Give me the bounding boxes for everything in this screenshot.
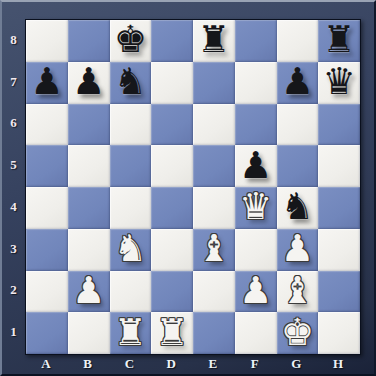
square-d4[interactable] — [151, 187, 193, 229]
square-c3[interactable]: ♞ — [110, 229, 152, 271]
square-d2[interactable] — [151, 271, 193, 313]
file-label-f: F — [234, 354, 276, 373]
square-a7[interactable]: ♟ — [26, 62, 68, 104]
square-e3[interactable]: ♝ — [193, 229, 235, 271]
square-f2[interactable]: ♟ — [235, 271, 277, 313]
black-knight-c7[interactable]: ♞ — [114, 63, 147, 100]
black-queen-h7[interactable]: ♛ — [323, 63, 356, 100]
black-rook-e8[interactable]: ♜ — [197, 21, 230, 58]
file-label-e: E — [192, 354, 234, 373]
square-c5[interactable] — [110, 145, 152, 187]
square-b4[interactable] — [68, 187, 110, 229]
square-b2[interactable]: ♟ — [68, 271, 110, 313]
square-b5[interactable] — [68, 145, 110, 187]
square-d1[interactable]: ♜ — [151, 312, 193, 354]
square-a3[interactable] — [26, 229, 68, 271]
square-a2[interactable] — [26, 271, 68, 313]
black-pawn-a7[interactable]: ♟ — [30, 63, 63, 100]
rank-label-5: 5 — [2, 144, 25, 186]
square-b8[interactable] — [68, 20, 110, 62]
black-king-c8[interactable]: ♚ — [114, 21, 147, 58]
square-f3[interactable] — [235, 229, 277, 271]
square-h5[interactable] — [318, 145, 360, 187]
white-pawn-g3[interactable]: ♟ — [281, 230, 314, 267]
rank-label-8: 8 — [2, 19, 25, 61]
black-knight-g4[interactable]: ♞ — [281, 188, 314, 225]
square-b6[interactable] — [68, 104, 110, 146]
square-c7[interactable]: ♞ — [110, 62, 152, 104]
file-label-d: D — [150, 354, 192, 373]
square-f6[interactable] — [235, 104, 277, 146]
square-c6[interactable] — [110, 104, 152, 146]
chess-board: ♚♜♜♟♟♞♟♛♟♛♞♞♝♟♟♟♝♜♜♚ — [25, 19, 361, 355]
file-label-c: C — [109, 354, 151, 373]
square-h2[interactable] — [318, 271, 360, 313]
square-h3[interactable] — [318, 229, 360, 271]
white-bishop-g2[interactable]: ♝ — [281, 272, 314, 309]
square-h4[interactable] — [318, 187, 360, 229]
square-g2[interactable]: ♝ — [277, 271, 319, 313]
square-a1[interactable] — [26, 312, 68, 354]
square-a5[interactable] — [26, 145, 68, 187]
square-d3[interactable] — [151, 229, 193, 271]
square-g3[interactable]: ♟ — [277, 229, 319, 271]
white-pawn-f2[interactable]: ♟ — [239, 272, 272, 309]
square-c1[interactable]: ♜ — [110, 312, 152, 354]
square-e6[interactable] — [193, 104, 235, 146]
square-d8[interactable] — [151, 20, 193, 62]
white-rook-d1[interactable]: ♜ — [156, 314, 189, 351]
square-c2[interactable] — [110, 271, 152, 313]
square-f8[interactable] — [235, 20, 277, 62]
rank-label-1: 1 — [2, 311, 25, 353]
white-knight-c3[interactable]: ♞ — [114, 230, 147, 267]
square-f5[interactable]: ♟ — [235, 145, 277, 187]
square-e1[interactable] — [193, 312, 235, 354]
square-e2[interactable] — [193, 271, 235, 313]
white-king-g1[interactable]: ♚ — [281, 314, 314, 351]
rank-label-3: 3 — [2, 228, 25, 270]
square-g4[interactable]: ♞ — [277, 187, 319, 229]
square-b1[interactable] — [68, 312, 110, 354]
square-h7[interactable]: ♛ — [318, 62, 360, 104]
black-pawn-g7[interactable]: ♟ — [281, 63, 314, 100]
square-h8[interactable]: ♜ — [318, 20, 360, 62]
square-a6[interactable] — [26, 104, 68, 146]
square-g5[interactable] — [277, 145, 319, 187]
square-g6[interactable] — [277, 104, 319, 146]
square-f1[interactable] — [235, 312, 277, 354]
square-a8[interactable] — [26, 20, 68, 62]
chess-board-window: ♚♜♜♟♟♞♟♛♟♛♞♞♝♟♟♟♝♜♜♚ 87654321 ABCDEFGH — [0, 0, 376, 376]
square-f4[interactable]: ♛ — [235, 187, 277, 229]
black-pawn-b7[interactable]: ♟ — [72, 63, 105, 100]
square-g8[interactable] — [277, 20, 319, 62]
square-d6[interactable] — [151, 104, 193, 146]
white-pawn-b2[interactable]: ♟ — [72, 272, 105, 309]
file-label-a: A — [25, 354, 67, 373]
square-h6[interactable] — [318, 104, 360, 146]
square-a4[interactable] — [26, 187, 68, 229]
white-rook-c1[interactable]: ♜ — [114, 314, 147, 351]
square-g1[interactable]: ♚ — [277, 312, 319, 354]
white-queen-f4[interactable]: ♛ — [239, 188, 272, 225]
square-d7[interactable] — [151, 62, 193, 104]
square-b7[interactable]: ♟ — [68, 62, 110, 104]
black-rook-h8[interactable]: ♜ — [323, 21, 356, 58]
square-c8[interactable]: ♚ — [110, 20, 152, 62]
file-label-b: B — [67, 354, 109, 373]
square-h1[interactable] — [318, 312, 360, 354]
square-e5[interactable] — [193, 145, 235, 187]
square-b3[interactable] — [68, 229, 110, 271]
black-pawn-f5[interactable]: ♟ — [239, 147, 272, 184]
white-bishop-e3[interactable]: ♝ — [197, 230, 230, 267]
square-e4[interactable] — [193, 187, 235, 229]
square-e8[interactable]: ♜ — [193, 20, 235, 62]
rank-label-2: 2 — [2, 270, 25, 312]
rank-label-6: 6 — [2, 103, 25, 145]
file-label-g: G — [276, 354, 318, 373]
rank-label-4: 4 — [2, 186, 25, 228]
square-f7[interactable] — [235, 62, 277, 104]
square-c4[interactable] — [110, 187, 152, 229]
file-label-h: H — [317, 354, 359, 373]
square-e7[interactable] — [193, 62, 235, 104]
square-g7[interactable]: ♟ — [277, 62, 319, 104]
square-d5[interactable] — [151, 145, 193, 187]
rank-label-7: 7 — [2, 61, 25, 103]
